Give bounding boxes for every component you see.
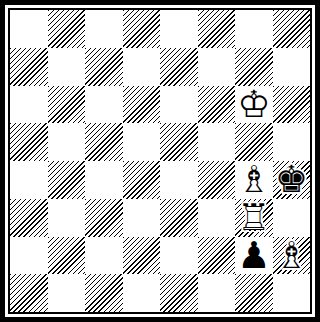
square-g5[interactable] <box>235 123 273 161</box>
white-king[interactable]: ♚♔ <box>235 86 273 124</box>
square-g7[interactable] <box>235 48 273 86</box>
square-g8[interactable] <box>235 10 273 48</box>
square-g1[interactable] <box>235 274 273 312</box>
square-f1[interactable] <box>198 274 236 312</box>
black-king-glyph: ♚ <box>275 161 308 198</box>
board-outer-frame: ♚♔♝♗♚♚♜♖♟♟♝♗ <box>0 0 320 322</box>
square-h3[interactable] <box>273 199 311 237</box>
square-c7[interactable] <box>85 48 123 86</box>
square-b1[interactable] <box>48 274 86 312</box>
square-c5[interactable] <box>85 123 123 161</box>
white-rook-glyph: ♖ <box>237 199 270 236</box>
square-c2[interactable] <box>85 237 123 275</box>
square-g2[interactable]: ♟♟ <box>235 237 273 275</box>
black-king[interactable]: ♚♚ <box>273 161 311 199</box>
black-pawn[interactable]: ♟♟ <box>235 237 273 275</box>
square-d2[interactable] <box>123 237 161 275</box>
square-h5[interactable] <box>273 123 311 161</box>
square-e2[interactable] <box>160 237 198 275</box>
square-a2[interactable] <box>10 237 48 275</box>
square-a1[interactable] <box>10 274 48 312</box>
square-f3[interactable] <box>198 199 236 237</box>
square-e7[interactable] <box>160 48 198 86</box>
square-e8[interactable] <box>160 10 198 48</box>
square-b5[interactable] <box>48 123 86 161</box>
square-c1[interactable] <box>85 274 123 312</box>
square-b3[interactable] <box>48 199 86 237</box>
board-inner-frame: ♚♔♝♗♚♚♜♖♟♟♝♗ <box>8 8 312 314</box>
white-bishop[interactable]: ♝♗ <box>235 161 273 199</box>
square-e6[interactable] <box>160 86 198 124</box>
square-d3[interactable] <box>123 199 161 237</box>
square-e5[interactable] <box>160 123 198 161</box>
square-c4[interactable] <box>85 161 123 199</box>
square-f7[interactable] <box>198 48 236 86</box>
square-a5[interactable] <box>10 123 48 161</box>
square-d4[interactable] <box>123 161 161 199</box>
square-h4[interactable]: ♚♚ <box>273 161 311 199</box>
square-a4[interactable] <box>10 161 48 199</box>
square-a7[interactable] <box>10 48 48 86</box>
white-bishop-glyph: ♗ <box>237 161 270 198</box>
chessboard: ♚♔♝♗♚♚♜♖♟♟♝♗ <box>10 10 310 312</box>
white-bishop-glyph: ♗ <box>275 237 308 274</box>
square-h6[interactable] <box>273 86 311 124</box>
square-h1[interactable] <box>273 274 311 312</box>
square-a6[interactable] <box>10 86 48 124</box>
square-h2[interactable]: ♝♗ <box>273 237 311 275</box>
square-g3[interactable]: ♜♖ <box>235 199 273 237</box>
square-e1[interactable] <box>160 274 198 312</box>
square-d7[interactable] <box>123 48 161 86</box>
square-h7[interactable] <box>273 48 311 86</box>
square-a8[interactable] <box>10 10 48 48</box>
black-pawn-glyph: ♟ <box>237 237 270 274</box>
square-c8[interactable] <box>85 10 123 48</box>
white-rook[interactable]: ♜♖ <box>235 199 273 237</box>
white-bishop[interactable]: ♝♗ <box>273 237 311 275</box>
square-f6[interactable] <box>198 86 236 124</box>
square-f2[interactable] <box>198 237 236 275</box>
square-c3[interactable] <box>85 199 123 237</box>
square-b8[interactable] <box>48 10 86 48</box>
square-e4[interactable] <box>160 161 198 199</box>
square-e3[interactable] <box>160 199 198 237</box>
square-a3[interactable] <box>10 199 48 237</box>
square-f5[interactable] <box>198 123 236 161</box>
chess-diagram: ♚♔♝♗♚♚♜♖♟♟♝♗ <box>0 0 320 322</box>
square-f8[interactable] <box>198 10 236 48</box>
white-king-glyph: ♔ <box>237 86 270 123</box>
square-d6[interactable] <box>123 86 161 124</box>
square-b6[interactable] <box>48 86 86 124</box>
square-b4[interactable] <box>48 161 86 199</box>
square-g6[interactable]: ♚♔ <box>235 86 273 124</box>
square-c6[interactable] <box>85 86 123 124</box>
square-b7[interactable] <box>48 48 86 86</box>
square-b2[interactable] <box>48 237 86 275</box>
square-g4[interactable]: ♝♗ <box>235 161 273 199</box>
square-d1[interactable] <box>123 274 161 312</box>
square-f4[interactable] <box>198 161 236 199</box>
square-d5[interactable] <box>123 123 161 161</box>
square-d8[interactable] <box>123 10 161 48</box>
square-h8[interactable] <box>273 10 311 48</box>
